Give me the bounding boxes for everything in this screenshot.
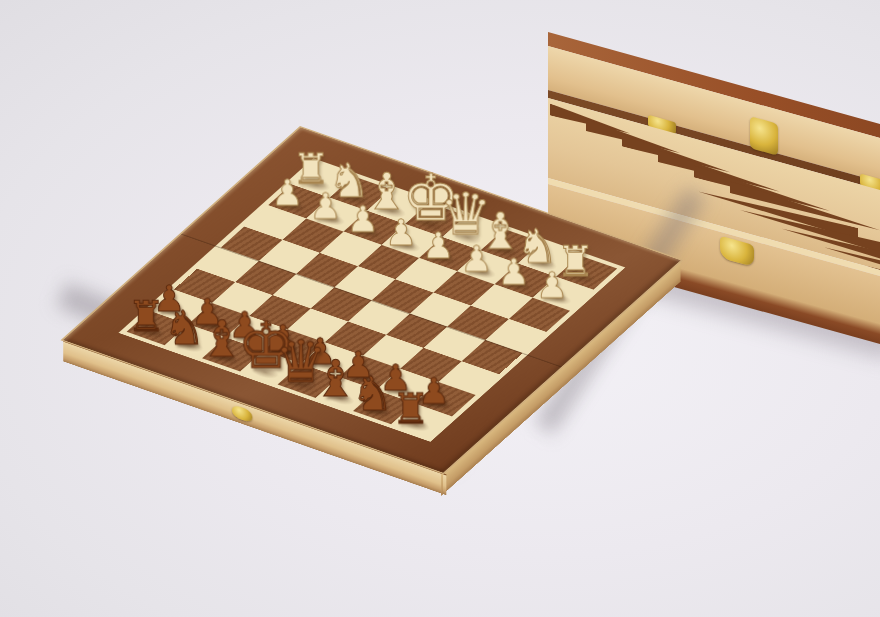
- brass-board-clasp: [232, 404, 252, 424]
- scene: ♜♞♝♚♛♝♞♜♟♟♟♟♟♟♟♟♟♟♟♟♟♟♟♟♜♞♝♚♛♝♞♜: [0, 0, 880, 617]
- brown-rook-piece: ♜: [388, 388, 433, 430]
- white-pawn-piece: ♟: [529, 268, 574, 304]
- brass-front-clasp: [720, 236, 754, 267]
